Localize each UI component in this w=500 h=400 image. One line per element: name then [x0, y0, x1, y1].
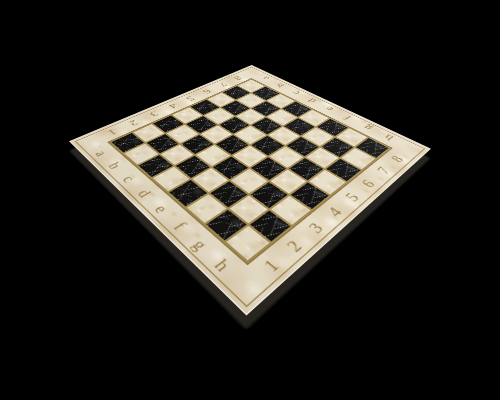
square-f4[interactable]: [251, 157, 286, 179]
square-b1[interactable]: [124, 144, 157, 165]
board-grid: [107, 78, 393, 265]
square-e3[interactable]: [213, 156, 248, 178]
square-f2[interactable]: [210, 181, 247, 207]
square-c2[interactable]: [161, 144, 194, 165]
square-h7[interactable]: [342, 148, 375, 169]
square-h4[interactable]: [291, 183, 328, 209]
square-g2[interactable]: [229, 195, 268, 223]
square-e1[interactable]: [169, 180, 206, 206]
rank-labels-east: 12345678: [247, 148, 417, 289]
board-surface: abcdefgh abcdefgh 12345678 12345678: [69, 65, 431, 316]
square-f3[interactable]: [231, 169, 267, 193]
square-h2[interactable]: [250, 210, 291, 241]
square-d2[interactable]: [176, 156, 211, 178]
square-g3[interactable]: [251, 182, 288, 208]
square-h3[interactable]: [272, 196, 311, 225]
square-f1[interactable]: [187, 194, 226, 222]
square-g4[interactable]: [270, 169, 306, 193]
square-c1[interactable]: [138, 155, 173, 177]
square-d3[interactable]: [197, 145, 230, 166]
chess-board: abcdefgh abcdefgh 12345678 12345678: [69, 65, 431, 316]
product-image-canvas: abcdefgh abcdefgh 12345678 12345678: [0, 0, 500, 400]
square-d1[interactable]: [153, 167, 189, 191]
square-h1[interactable]: [227, 226, 270, 260]
square-h5[interactable]: [309, 170, 345, 194]
square-f5[interactable]: [269, 147, 302, 168]
square-g1[interactable]: [206, 210, 247, 241]
square-g6[interactable]: [306, 147, 339, 168]
file-labels-south: abcdefgh: [82, 142, 247, 287]
square-e2[interactable]: [192, 168, 228, 192]
square-h6[interactable]: [326, 159, 361, 182]
square-g5[interactable]: [289, 158, 324, 180]
square-e4[interactable]: [233, 146, 266, 167]
board-scene: abcdefgh abcdefgh 12345678 12345678: [0, 0, 500, 400]
